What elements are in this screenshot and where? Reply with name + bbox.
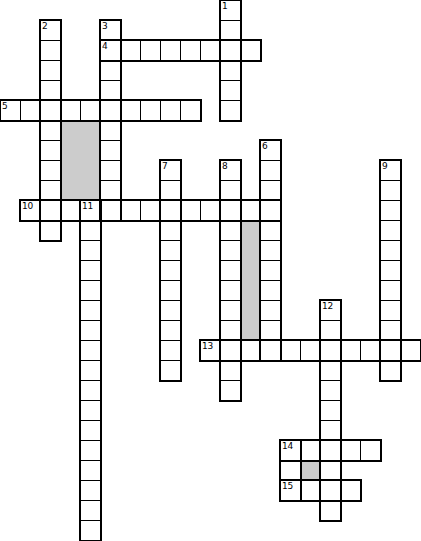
grid-cell[interactable] [160,100,181,121]
grid-cell[interactable] [80,220,101,241]
grid-cell[interactable] [380,340,401,361]
grid-cell[interactable] [220,180,241,201]
grid-cell[interactable] [380,320,401,341]
grid-cell[interactable] [320,440,341,461]
grid-cell[interactable] [360,340,381,361]
grid-cell[interactable] [160,240,181,261]
grid-cell[interactable] [40,140,61,161]
grid-cell[interactable] [340,440,361,461]
grid-cell[interactable] [320,500,341,521]
grid-cell[interactable] [220,0,241,21]
grid-cell[interactable] [320,300,341,321]
grid-cell[interactable] [300,440,321,461]
grid-cell[interactable] [160,160,181,181]
grid-cell[interactable] [200,340,221,361]
grid-cell[interactable] [320,420,341,441]
grid-cell[interactable] [260,160,281,181]
grid-cell[interactable] [260,300,281,321]
grid-cell[interactable] [220,40,241,61]
grid-cell[interactable] [180,100,201,121]
grid-cell[interactable] [100,160,121,181]
grid-cell[interactable] [160,40,181,61]
grid-cell[interactable] [220,80,241,101]
grid-cell[interactable] [200,40,221,61]
grid-cell[interactable] [40,80,61,101]
grid-cell[interactable] [80,340,101,361]
shaded-block [240,220,261,341]
grid-cell[interactable] [160,200,181,221]
grid-cell[interactable] [40,20,61,41]
grid-cell[interactable] [360,440,381,461]
grid-cell[interactable] [80,280,101,301]
grid-cell[interactable] [160,220,181,241]
grid-cell[interactable] [380,220,401,241]
grid-cell[interactable] [380,280,401,301]
grid-cell[interactable] [160,260,181,281]
grid-cell[interactable] [80,520,101,541]
grid-cell[interactable] [300,480,321,501]
grid-cell[interactable] [260,180,281,201]
grid-cell[interactable] [320,340,341,361]
grid-cell[interactable] [380,260,401,281]
grid-cell[interactable] [20,200,41,221]
grid-cell[interactable] [220,200,241,221]
grid-cell[interactable] [220,320,241,341]
grid-cell[interactable] [120,40,141,61]
grid-cell[interactable] [80,200,101,221]
grid-cell[interactable] [100,40,121,61]
grid-cell[interactable] [260,280,281,301]
shaded-block [300,460,321,481]
grid-cell[interactable] [80,240,101,261]
grid-cell[interactable] [240,340,261,361]
grid-cell[interactable] [80,260,101,281]
grid-cell[interactable] [320,400,341,421]
grid-cell[interactable] [100,120,121,141]
grid-cell[interactable] [320,480,341,501]
grid-cell[interactable] [180,40,201,61]
grid-cell[interactable] [140,200,161,221]
grid-cell[interactable] [260,260,281,281]
grid-cell[interactable] [100,140,121,161]
grid-cell[interactable] [160,180,181,201]
grid-cell[interactable] [220,60,241,81]
grid-cell[interactable] [100,200,121,221]
grid-cell[interactable] [160,300,181,321]
grid-cell[interactable] [40,60,61,81]
grid-cell[interactable] [260,320,281,341]
grid-cell[interactable] [320,460,341,481]
grid-cell[interactable] [220,260,241,281]
grid-cell[interactable] [260,200,281,221]
grid-cell[interactable] [220,240,241,261]
grid-cell[interactable] [40,200,61,221]
grid-cell[interactable] [60,100,81,121]
grid-cell[interactable] [40,180,61,201]
grid-cell[interactable] [20,100,41,121]
grid-cell[interactable] [100,80,121,101]
grid-cell[interactable] [260,240,281,261]
shaded-block [60,120,101,201]
grid-cell[interactable] [200,200,221,221]
grid-cell[interactable] [40,220,61,241]
grid-cell[interactable] [280,340,301,361]
grid-cell[interactable] [160,340,181,361]
grid-cell[interactable] [380,360,401,381]
grid-cell[interactable] [140,100,161,121]
grid-cell[interactable] [180,200,201,221]
grid-cell[interactable] [260,220,281,241]
grid-cell[interactable] [300,340,321,361]
grid-cell[interactable] [40,100,61,121]
grid-cell[interactable] [340,340,361,361]
grid-cell[interactable] [280,460,301,481]
grid-cell[interactable] [220,340,241,361]
grid-cell[interactable] [80,440,101,461]
grid-cell[interactable] [40,40,61,61]
grid-cell[interactable] [400,340,421,361]
grid-cell[interactable] [260,140,281,161]
grid-cell[interactable] [380,240,401,261]
grid-cell[interactable] [80,360,101,381]
grid-cell[interactable] [220,20,241,41]
grid-cell[interactable] [220,380,241,401]
grid-cell[interactable] [160,320,181,341]
grid-cell[interactable] [240,200,261,221]
grid-cell[interactable] [80,500,101,521]
grid-cell[interactable] [280,440,301,461]
grid-cell[interactable] [380,160,401,181]
crossword-page: 123456789101112131415 [0,0,421,541]
grid-cell[interactable] [40,160,61,181]
grid-cell[interactable] [160,280,181,301]
grid-cell[interactable] [80,460,101,481]
grid-cell[interactable] [220,220,241,241]
grid-cell[interactable] [60,200,81,221]
crossword-grid: 123456789101112131415 [0,0,421,541]
grid-cell[interactable] [120,200,141,221]
grid-cell[interactable] [0,100,21,121]
grid-cell[interactable] [240,40,261,61]
grid-cell[interactable] [320,360,341,381]
grid-cell[interactable] [80,400,101,421]
grid-cell[interactable] [220,280,241,301]
grid-cell[interactable] [80,380,101,401]
grid-cell[interactable] [80,100,101,121]
grid-cell[interactable] [220,100,241,121]
grid-cell[interactable] [120,100,141,121]
grid-cell[interactable] [80,300,101,321]
grid-cell[interactable] [80,480,101,501]
grid-cell[interactable] [160,360,181,381]
grid-cell[interactable] [220,360,241,381]
grid-cell[interactable] [80,320,101,341]
grid-cell[interactable] [320,380,341,401]
grid-cell[interactable] [220,160,241,181]
grid-cell[interactable] [80,420,101,441]
grid-cell[interactable] [340,480,361,501]
grid-cell[interactable] [40,120,61,141]
grid-cell[interactable] [140,40,161,61]
grid-cell[interactable] [380,300,401,321]
grid-cell[interactable] [100,100,121,121]
grid-cell[interactable] [220,300,241,321]
grid-cell[interactable] [100,60,121,81]
grid-cell[interactable] [260,340,281,361]
grid-cell[interactable] [380,180,401,201]
grid-cell[interactable] [100,180,121,201]
grid-cell[interactable] [320,320,341,341]
grid-cell[interactable] [280,480,301,501]
grid-cell[interactable] [100,20,121,41]
grid-cell[interactable] [380,200,401,221]
